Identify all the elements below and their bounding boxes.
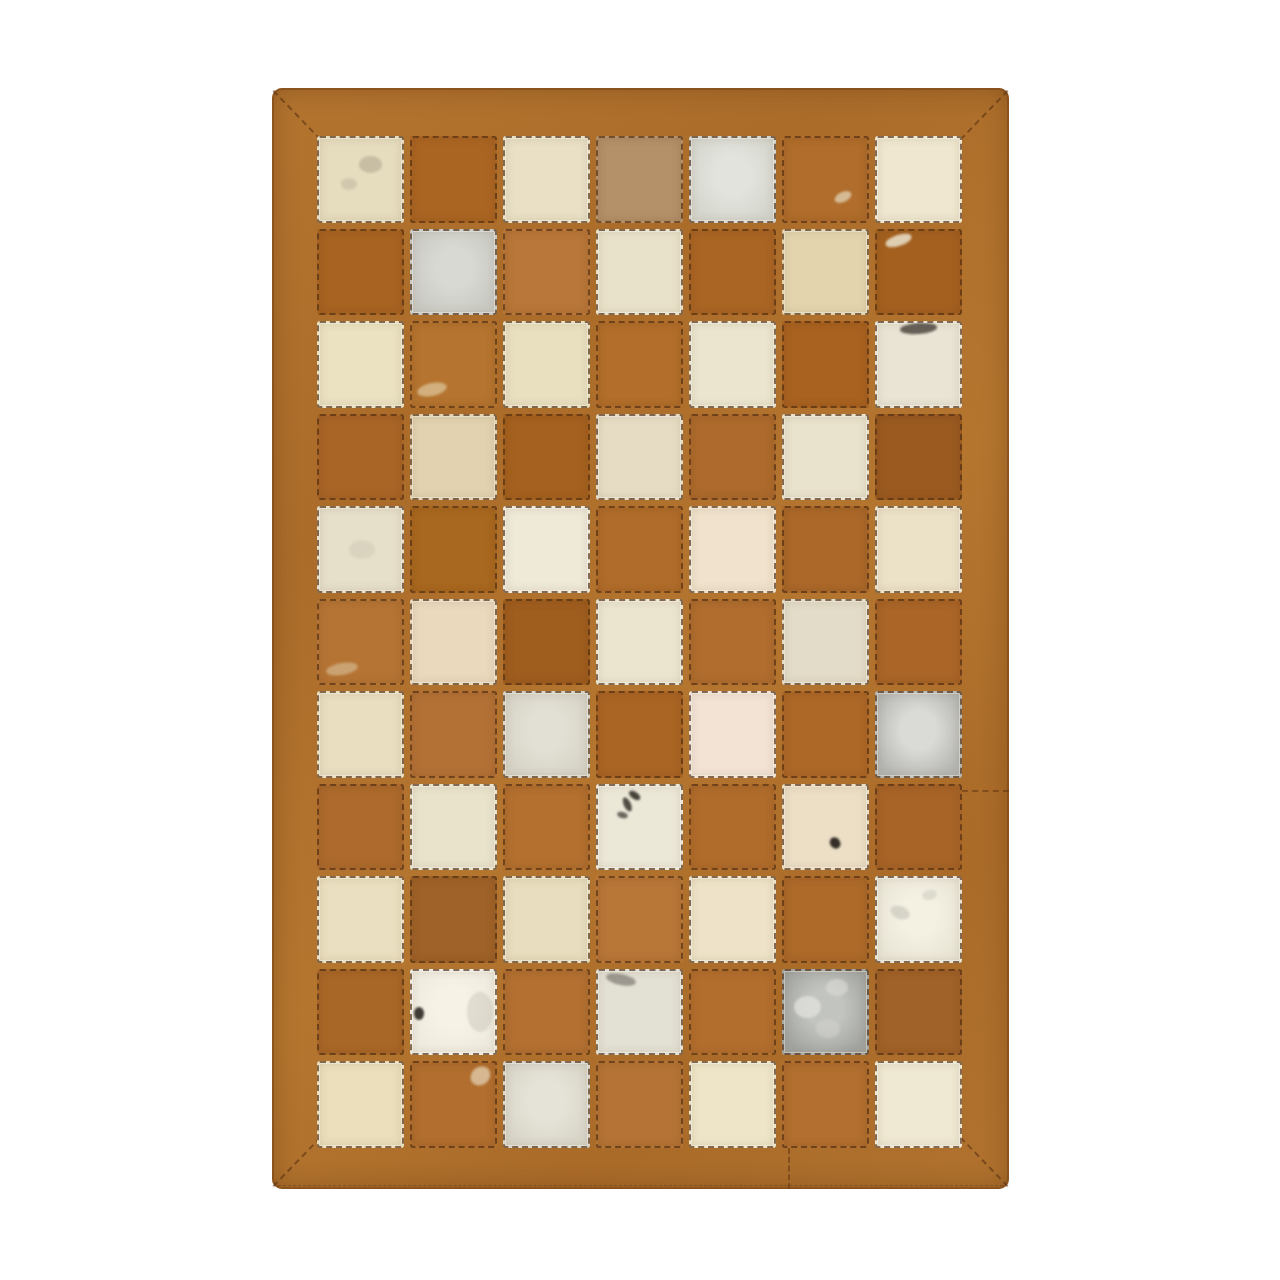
square-r10c1 (317, 969, 404, 1056)
square-r3c4 (596, 321, 683, 408)
square-r11c7 (875, 1061, 962, 1148)
square-r3c7 (875, 321, 962, 408)
hide-marking (606, 971, 637, 988)
square-r8c4 (596, 784, 683, 871)
square-r1c3 (503, 136, 590, 223)
checkerboard-grid (317, 136, 962, 1148)
bottom-edge-hem-stitch (278, 1185, 1003, 1186)
hide-marking (833, 189, 854, 206)
miter-seam-top-right (960, 90, 1009, 140)
square-r2c4 (596, 229, 683, 316)
hide-marking (414, 1007, 424, 1019)
hide-marking (889, 903, 912, 922)
hide-marking (416, 380, 448, 399)
hide-marking (621, 796, 633, 812)
hide-marking (884, 232, 913, 250)
square-r5c6 (782, 506, 869, 593)
square-r10c3 (503, 969, 590, 1056)
square-r1c1 (317, 136, 404, 223)
square-r7c7 (875, 691, 962, 778)
hide-marking (828, 835, 843, 850)
square-r6c7 (875, 599, 962, 686)
square-r11c5 (689, 1061, 776, 1148)
square-r11c4 (596, 1061, 683, 1148)
square-r8c7 (875, 784, 962, 871)
square-r1c5 (689, 136, 776, 223)
hide-marking (617, 811, 629, 819)
hide-marking (900, 322, 937, 335)
square-r7c2 (410, 691, 497, 778)
square-r10c5 (689, 969, 776, 1056)
hide-marking (341, 178, 358, 190)
square-r2c1 (317, 229, 404, 316)
square-r10c6 (782, 969, 869, 1056)
square-r7c3 (503, 691, 590, 778)
hide-marking (325, 661, 358, 679)
square-r2c3 (503, 229, 590, 316)
square-r2c6 (782, 229, 869, 316)
square-r8c6 (782, 784, 869, 871)
square-r8c5 (689, 784, 776, 871)
square-r8c3 (503, 784, 590, 871)
square-r1c6 (782, 136, 869, 223)
hide-marking (794, 996, 821, 1018)
square-r2c7 (875, 229, 962, 316)
square-r5c1 (317, 506, 404, 593)
square-r3c5 (689, 321, 776, 408)
square-r6c5 (689, 599, 776, 686)
product-photo-canvas (0, 0, 1280, 1280)
square-r7c5 (689, 691, 776, 778)
square-r9c7 (875, 876, 962, 963)
square-r9c1 (317, 876, 404, 963)
square-r6c1 (317, 599, 404, 686)
square-r11c2 (410, 1061, 497, 1148)
square-r4c5 (689, 414, 776, 501)
cowhide-patchwork-rug (272, 88, 1009, 1189)
square-r1c7 (875, 136, 962, 223)
square-r9c4 (596, 876, 683, 963)
square-r3c2 (410, 321, 497, 408)
square-r8c1 (317, 784, 404, 871)
square-r11c6 (782, 1061, 869, 1148)
square-r5c2 (410, 506, 497, 593)
square-r7c4 (596, 691, 683, 778)
hide-marking (816, 1019, 840, 1038)
hide-marking (467, 992, 494, 1032)
miter-seam-top-left (273, 90, 322, 140)
bottom-border-seam (788, 1148, 790, 1189)
square-r9c6 (782, 876, 869, 963)
square-r7c1 (317, 691, 404, 778)
square-r4c7 (875, 414, 962, 501)
square-r4c6 (782, 414, 869, 501)
square-r3c1 (317, 321, 404, 408)
square-r9c5 (689, 876, 776, 963)
miter-seam-bottom-right (960, 1137, 1009, 1187)
square-r10c2 (410, 969, 497, 1056)
right-border-seam (962, 790, 1009, 792)
square-r5c3 (503, 506, 590, 593)
square-r4c1 (317, 414, 404, 501)
square-r6c2 (410, 599, 497, 686)
square-r4c4 (596, 414, 683, 501)
square-r4c3 (503, 414, 590, 501)
square-r11c3 (503, 1061, 590, 1148)
hide-marking (349, 540, 376, 560)
hide-marking (359, 156, 382, 173)
square-r1c2 (410, 136, 497, 223)
square-r1c4 (596, 136, 683, 223)
miter-seam-bottom-left (273, 1137, 322, 1187)
square-r6c3 (503, 599, 590, 686)
square-r2c2 (410, 229, 497, 316)
square-r3c6 (782, 321, 869, 408)
square-r9c2 (410, 876, 497, 963)
square-r9c3 (503, 876, 590, 963)
square-r6c6 (782, 599, 869, 686)
square-r10c7 (875, 969, 962, 1056)
square-r4c2 (410, 414, 497, 501)
square-r10c4 (596, 969, 683, 1056)
hide-marking (467, 1062, 495, 1089)
square-r6c4 (596, 599, 683, 686)
square-r11c1 (317, 1061, 404, 1148)
square-r5c7 (875, 506, 962, 593)
square-r2c5 (689, 229, 776, 316)
hide-marking (921, 888, 938, 901)
square-r5c4 (596, 506, 683, 593)
hide-marking (826, 979, 848, 996)
square-r5c5 (689, 506, 776, 593)
square-r8c2 (410, 784, 497, 871)
square-r3c3 (503, 321, 590, 408)
square-r7c6 (782, 691, 869, 778)
